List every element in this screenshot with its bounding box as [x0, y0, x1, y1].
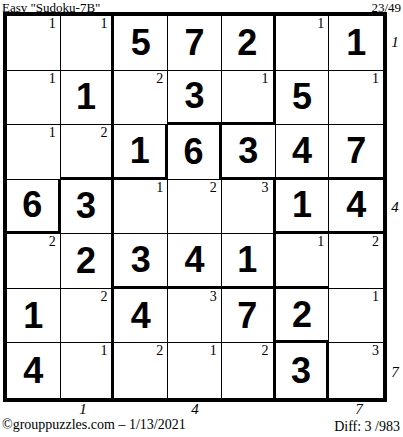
pencil-mark: 1 [49, 71, 56, 86]
cell-r1c1[interactable]: 1 [7, 16, 61, 71]
row-label: 7 [388, 364, 402, 381]
cell-r2c6[interactable]: 5 [276, 71, 330, 126]
given-digit: 1 [23, 298, 43, 334]
cell-r7c3[interactable]: 2 [114, 343, 168, 398]
pencil-mark: 1 [49, 16, 56, 31]
pencil-mark: 1 [100, 16, 107, 31]
pencil-mark: 2 [156, 343, 163, 358]
cell-r7c5[interactable]: 2 [222, 343, 276, 398]
cell-r4c1[interactable]: 6 [7, 180, 61, 235]
pencil-mark: 2 [262, 343, 269, 358]
copyright-text: ©grouppuzzles.com – 1/13/2021 [2, 417, 186, 433]
cell-r5c7[interactable]: 2 [329, 234, 383, 289]
cell-r6c4[interactable]: 3 [168, 289, 222, 344]
given-digit: 4 [184, 242, 204, 278]
given-digit: 3 [291, 353, 311, 389]
pencil-mark: 2 [49, 234, 56, 249]
cell-r4c2[interactable]: 3 [61, 180, 115, 235]
pencil-mark: 2 [372, 234, 379, 249]
row-label: 4 [388, 199, 402, 216]
cell-r2c3[interactable]: 2 [114, 71, 168, 126]
pencil-mark: 1 [100, 343, 107, 358]
cell-r5c3[interactable]: 3 [114, 234, 168, 289]
cell-r1c5[interactable]: 2 [222, 16, 276, 71]
pencil-mark: 3 [372, 343, 379, 358]
cell-r5c5[interactable]: 1 [222, 234, 276, 289]
sudoku-board: 1157211112315112163476312314223411212437… [3, 12, 387, 402]
given-digit: 4 [131, 298, 151, 334]
cell-r6c7[interactable]: 1 [329, 289, 383, 344]
given-digit: 5 [292, 79, 312, 115]
given-digit: 7 [237, 298, 257, 334]
cell-r3c2[interactable]: 2 [61, 125, 115, 180]
given-digit: 2 [76, 243, 96, 279]
pencil-mark: 2 [210, 180, 217, 195]
given-digit: 6 [22, 187, 42, 223]
cell-r2c4[interactable]: 3 [168, 71, 222, 126]
cell-r6c3[interactable]: 4 [114, 289, 168, 344]
cell-r4c5[interactable]: 3 [222, 180, 276, 235]
cell-r1c4[interactable]: 7 [168, 16, 222, 71]
cell-r7c7[interactable]: 3 [329, 343, 383, 398]
given-digit: 4 [23, 353, 43, 389]
given-digit: 1 [346, 25, 366, 61]
pencil-mark: 3 [262, 180, 269, 195]
cell-r3c1[interactable]: 1 [7, 125, 61, 180]
pencil-mark: 2 [156, 71, 163, 86]
cell-r2c5[interactable]: 1 [222, 71, 276, 126]
given-digit: 3 [76, 188, 96, 224]
pencil-mark: 3 [210, 289, 217, 304]
given-digit: 1 [130, 133, 150, 169]
pencil-mark: 1 [210, 343, 217, 358]
cell-r3c6[interactable]: 4 [276, 125, 330, 180]
given-digit: 1 [76, 79, 96, 115]
given-digit: 3 [131, 242, 151, 278]
cell-r7c6[interactable]: 3 [276, 343, 330, 398]
cell-r6c2[interactable]: 2 [61, 289, 115, 344]
cell-r2c7[interactable]: 1 [329, 71, 383, 126]
cell-r6c1[interactable]: 1 [7, 289, 61, 344]
pencil-mark: 1 [317, 16, 324, 31]
cell-r7c4[interactable]: 1 [168, 343, 222, 398]
pencil-mark: 1 [372, 71, 379, 86]
pencil-mark: 2 [100, 125, 107, 140]
cell-r5c2[interactable]: 2 [61, 234, 115, 289]
cell-r4c6[interactable]: 1 [276, 180, 330, 235]
cell-r1c6[interactable]: 1 [276, 16, 330, 71]
cell-r3c7[interactable]: 7 [329, 125, 383, 180]
cell-r3c5[interactable]: 3 [222, 125, 276, 180]
pencil-mark: 1 [49, 125, 56, 140]
given-digit: 2 [237, 25, 257, 61]
cell-r2c1[interactable]: 1 [7, 71, 61, 126]
row-label: 1 [388, 34, 402, 51]
cell-r7c2[interactable]: 1 [61, 343, 115, 398]
col-label: 7 [352, 401, 366, 418]
given-digit: 6 [183, 134, 203, 170]
pencil-mark: 1 [317, 234, 324, 249]
pencil-mark: 1 [156, 180, 163, 195]
given-digit: 4 [346, 187, 366, 223]
cell-r6c6[interactable]: 2 [276, 289, 330, 344]
difficulty-text: Diff: 3 /983 [334, 419, 400, 435]
given-digit: 7 [346, 133, 366, 169]
cell-r1c2[interactable]: 1 [61, 16, 115, 71]
pencil-mark: 2 [100, 289, 107, 304]
given-digit: 5 [131, 25, 151, 61]
cell-r1c3[interactable]: 5 [114, 16, 168, 71]
given-digit: 1 [292, 187, 312, 223]
col-label: 4 [188, 401, 202, 418]
given-digit: 4 [292, 133, 312, 169]
given-digit: 2 [292, 297, 312, 333]
cell-r4c4[interactable]: 2 [168, 180, 222, 235]
cell-r1c7[interactable]: 1 [329, 16, 383, 71]
pencil-mark: 1 [372, 289, 379, 304]
cell-r6c5[interactable]: 7 [222, 289, 276, 344]
cell-r2c2[interactable]: 1 [61, 71, 115, 126]
cell-r5c1[interactable]: 2 [7, 234, 61, 289]
cell-r3c4[interactable]: 6 [168, 125, 222, 180]
cell-r4c7[interactable]: 4 [329, 180, 383, 235]
pencil-mark: 1 [262, 71, 269, 86]
given-digit: 3 [238, 133, 258, 169]
cell-r3c3[interactable]: 1 [114, 125, 168, 180]
col-label: 1 [76, 401, 90, 418]
given-digit: 1 [237, 242, 257, 278]
given-digit: 7 [184, 25, 204, 61]
given-digit: 3 [184, 78, 204, 114]
cell-r5c6[interactable]: 1 [276, 234, 330, 289]
cell-r4c3[interactable]: 1 [114, 180, 168, 235]
cell-r7c1[interactable]: 4 [7, 343, 61, 398]
cell-r5c4[interactable]: 4 [168, 234, 222, 289]
